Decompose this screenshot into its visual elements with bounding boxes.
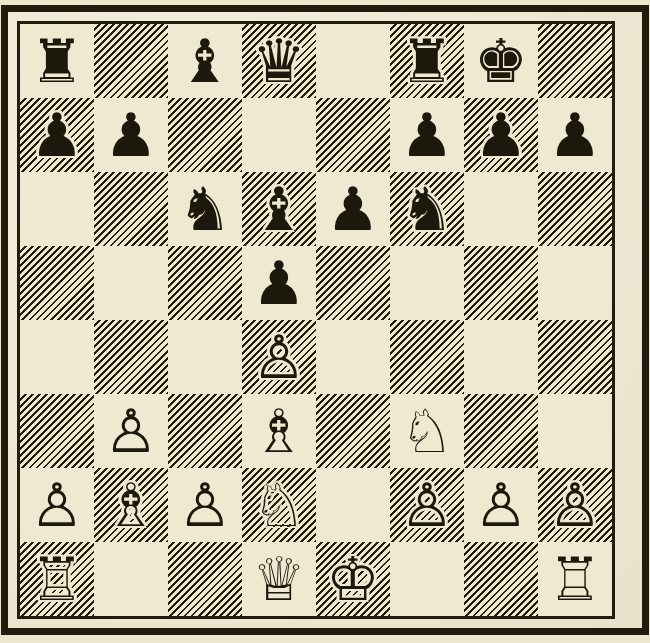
square-a5[interactable]	[20, 246, 94, 320]
square-h3[interactable]	[538, 394, 612, 468]
square-f4[interactable]	[390, 320, 464, 394]
piece-black-knight: ♞	[400, 179, 454, 239]
square-h2[interactable]: ♙	[538, 468, 612, 542]
square-f3[interactable]: ♘	[390, 394, 464, 468]
piece-white-bishop: ♗	[252, 401, 306, 461]
square-e3[interactable]	[316, 394, 390, 468]
square-e7[interactable]	[316, 98, 390, 172]
piece-white-pawn: ♙	[252, 327, 306, 387]
square-g5[interactable]	[464, 246, 538, 320]
square-b6[interactable]	[94, 172, 168, 246]
square-g7[interactable]: ♟	[464, 98, 538, 172]
piece-black-pawn: ♟	[474, 105, 528, 165]
piece-black-knight: ♞	[178, 179, 232, 239]
square-d7[interactable]	[242, 98, 316, 172]
square-g3[interactable]	[464, 394, 538, 468]
square-b3[interactable]: ♙	[94, 394, 168, 468]
square-c5[interactable]	[168, 246, 242, 320]
square-h5[interactable]	[538, 246, 612, 320]
square-b2[interactable]: ♗	[94, 468, 168, 542]
square-a6[interactable]	[20, 172, 94, 246]
piece-black-pawn: ♟	[400, 105, 454, 165]
square-h4[interactable]	[538, 320, 612, 394]
piece-black-rook: ♜	[30, 31, 84, 91]
square-f2[interactable]: ♙	[390, 468, 464, 542]
square-h8[interactable]	[538, 24, 612, 98]
square-e8[interactable]	[316, 24, 390, 98]
square-c4[interactable]	[168, 320, 242, 394]
piece-white-pawn: ♙	[548, 475, 602, 535]
square-d2[interactable]: ♘	[242, 468, 316, 542]
square-b4[interactable]	[94, 320, 168, 394]
square-b7[interactable]: ♟	[94, 98, 168, 172]
piece-white-rook: ♖	[548, 549, 602, 609]
square-b1[interactable]	[94, 542, 168, 616]
piece-black-pawn: ♟	[252, 253, 306, 313]
chess-board: ♜♝♛♜♚♟♟♟♟♟♞♝♟♞♟♙♙♗♘♙♗♙♘♙♙♙♖♕♔♖	[20, 24, 612, 616]
square-d6[interactable]: ♝	[242, 172, 316, 246]
square-f1[interactable]	[390, 542, 464, 616]
piece-white-knight: ♘	[400, 401, 454, 461]
square-c6[interactable]: ♞	[168, 172, 242, 246]
square-d5[interactable]: ♟	[242, 246, 316, 320]
square-d1[interactable]: ♕	[242, 542, 316, 616]
square-d4[interactable]: ♙	[242, 320, 316, 394]
board-frame: ♜♝♛♜♚♟♟♟♟♟♞♝♟♞♟♙♙♗♘♙♗♙♘♙♙♙♖♕♔♖	[1, 5, 649, 635]
square-g8[interactable]: ♚	[464, 24, 538, 98]
square-e6[interactable]: ♟	[316, 172, 390, 246]
piece-white-king: ♔	[326, 549, 380, 609]
square-e1[interactable]: ♔	[316, 542, 390, 616]
square-g6[interactable]	[464, 172, 538, 246]
square-c3[interactable]	[168, 394, 242, 468]
piece-white-pawn: ♙	[474, 475, 528, 535]
square-f6[interactable]: ♞	[390, 172, 464, 246]
square-d8[interactable]: ♛	[242, 24, 316, 98]
piece-white-bishop: ♗	[104, 475, 158, 535]
piece-black-king: ♚	[474, 31, 528, 91]
piece-black-bishop: ♝	[178, 31, 232, 91]
piece-black-pawn: ♟	[548, 105, 602, 165]
square-f7[interactable]: ♟	[390, 98, 464, 172]
square-e5[interactable]	[316, 246, 390, 320]
square-a3[interactable]	[20, 394, 94, 468]
piece-white-knight: ♘	[252, 475, 306, 535]
square-a8[interactable]: ♜	[20, 24, 94, 98]
piece-black-rook: ♜	[400, 31, 454, 91]
board-inner-border: ♜♝♛♜♚♟♟♟♟♟♞♝♟♞♟♙♙♗♘♙♗♙♘♙♙♙♖♕♔♖	[17, 21, 615, 619]
piece-white-pawn: ♙	[30, 475, 84, 535]
square-a4[interactable]	[20, 320, 94, 394]
square-f5[interactable]	[390, 246, 464, 320]
piece-black-pawn: ♟	[326, 179, 380, 239]
square-h7[interactable]: ♟	[538, 98, 612, 172]
piece-white-queen: ♕	[252, 549, 306, 609]
square-b5[interactable]	[94, 246, 168, 320]
piece-white-pawn: ♙	[104, 401, 158, 461]
square-c2[interactable]: ♙	[168, 468, 242, 542]
square-a1[interactable]: ♖	[20, 542, 94, 616]
square-c7[interactable]	[168, 98, 242, 172]
piece-black-pawn: ♟	[30, 105, 84, 165]
square-a2[interactable]: ♙	[20, 468, 94, 542]
square-d3[interactable]: ♗	[242, 394, 316, 468]
square-f8[interactable]: ♜	[390, 24, 464, 98]
square-e4[interactable]	[316, 320, 390, 394]
square-h6[interactable]	[538, 172, 612, 246]
piece-black-pawn: ♟	[104, 105, 158, 165]
square-c1[interactable]	[168, 542, 242, 616]
square-g2[interactable]: ♙	[464, 468, 538, 542]
piece-black-bishop: ♝	[252, 179, 306, 239]
square-e2[interactable]	[316, 468, 390, 542]
square-h1[interactable]: ♖	[538, 542, 612, 616]
square-a7[interactable]: ♟	[20, 98, 94, 172]
piece-white-pawn: ♙	[400, 475, 454, 535]
square-g1[interactable]	[464, 542, 538, 616]
piece-white-pawn: ♙	[178, 475, 232, 535]
square-c8[interactable]: ♝	[168, 24, 242, 98]
piece-black-queen: ♛	[252, 31, 306, 91]
square-g4[interactable]	[464, 320, 538, 394]
square-b8[interactable]	[94, 24, 168, 98]
piece-white-rook: ♖	[30, 549, 84, 609]
